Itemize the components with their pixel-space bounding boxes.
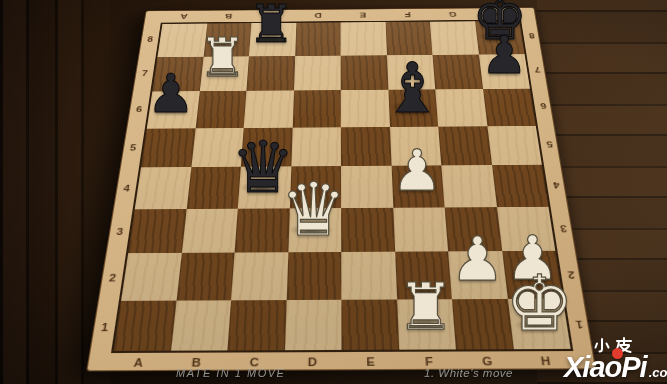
- square-a6[interactable]: [147, 91, 200, 128]
- file-label: H: [474, 8, 521, 20]
- square-d2[interactable]: [286, 252, 341, 300]
- file-label: B: [206, 10, 252, 22]
- square-g3[interactable]: [445, 207, 502, 252]
- square-g2[interactable]: [448, 251, 507, 299]
- file-label: C: [251, 10, 296, 22]
- square-e4[interactable]: [341, 166, 393, 208]
- square-a8[interactable]: [157, 24, 206, 57]
- square-a1[interactable]: [114, 300, 176, 351]
- square-c7[interactable]: [246, 56, 294, 91]
- square-h5[interactable]: [487, 126, 542, 166]
- square-h6[interactable]: [483, 89, 536, 126]
- square-a2[interactable]: [121, 253, 181, 301]
- watermark-logo-text: XiaoPi.com: [564, 352, 667, 382]
- puzzle-caption: MATE IN 1 MOVE: [176, 367, 285, 379]
- square-d8[interactable]: [295, 22, 341, 55]
- square-f7[interactable]: [387, 55, 436, 90]
- square-g1[interactable]: [452, 298, 513, 349]
- square-e6[interactable]: [341, 90, 390, 127]
- square-f4[interactable]: [391, 165, 445, 207]
- turn-indicator: 1. White's move: [424, 367, 513, 379]
- file-label: D: [296, 10, 341, 22]
- chess-board: [111, 20, 573, 353]
- square-a3[interactable]: [128, 209, 186, 254]
- square-d1[interactable]: [284, 299, 341, 350]
- file-label: A: [161, 11, 207, 23]
- square-f5[interactable]: [389, 126, 441, 165]
- file-label: E: [340, 9, 385, 21]
- square-f8[interactable]: [385, 22, 432, 55]
- file-label: E: [342, 352, 401, 372]
- file-label: D: [283, 352, 341, 372]
- watermark-xiaopi: XiaoPi.com: [564, 337, 667, 382]
- square-b5[interactable]: [191, 128, 244, 167]
- square-b6[interactable]: [195, 91, 246, 128]
- square-c6[interactable]: [244, 90, 294, 127]
- square-g6[interactable]: [435, 89, 487, 126]
- square-b4[interactable]: [186, 167, 241, 209]
- square-b8[interactable]: [203, 23, 251, 56]
- square-d4[interactable]: [289, 166, 341, 208]
- square-c8[interactable]: [249, 23, 296, 56]
- square-g7[interactable]: [432, 54, 482, 89]
- square-g5[interactable]: [438, 126, 491, 165]
- square-a7[interactable]: [152, 56, 203, 91]
- chess-app-screen: ABCDEFGH ABCDEFGH 87654321 87654321 ♜︎♚︎…: [0, 0, 667, 384]
- file-label: G: [430, 9, 476, 21]
- square-e1[interactable]: [341, 299, 398, 350]
- square-f6[interactable]: [388, 89, 438, 126]
- square-a5[interactable]: [141, 128, 195, 167]
- square-e2[interactable]: [341, 252, 396, 300]
- file-label: A: [108, 353, 168, 373]
- square-e3[interactable]: [341, 207, 395, 252]
- square-c3[interactable]: [235, 208, 290, 253]
- square-a4[interactable]: [135, 167, 191, 209]
- square-d5[interactable]: [291, 127, 341, 166]
- square-d6[interactable]: [292, 90, 341, 127]
- square-h8[interactable]: [475, 21, 525, 54]
- square-c2[interactable]: [231, 252, 288, 300]
- square-e7[interactable]: [341, 55, 388, 90]
- square-e8[interactable]: [341, 22, 387, 55]
- square-b3[interactable]: [181, 208, 237, 253]
- square-c4[interactable]: [238, 166, 291, 208]
- square-c5[interactable]: [241, 127, 292, 166]
- square-b1[interactable]: [170, 300, 231, 351]
- watermark-red-dot-icon: [612, 348, 623, 359]
- square-h4[interactable]: [492, 165, 549, 207]
- chess-board-frame: ABCDEFGH ABCDEFGH 87654321 87654321: [86, 7, 596, 371]
- square-c1[interactable]: [227, 300, 286, 351]
- square-f3[interactable]: [393, 207, 448, 252]
- square-g8[interactable]: [430, 21, 479, 54]
- square-h1[interactable]: [507, 298, 570, 349]
- square-b7[interactable]: [199, 56, 249, 91]
- watermark-cn-text: [564, 337, 633, 352]
- square-b2[interactable]: [176, 253, 234, 301]
- square-f2[interactable]: [395, 251, 452, 299]
- square-g4[interactable]: [441, 165, 496, 207]
- square-d3[interactable]: [288, 208, 341, 253]
- square-e5[interactable]: [341, 127, 391, 166]
- file-label: F: [385, 9, 431, 21]
- square-h3[interactable]: [496, 206, 555, 251]
- square-d7[interactable]: [294, 55, 341, 90]
- square-f1[interactable]: [397, 299, 456, 350]
- square-h7[interactable]: [478, 54, 529, 89]
- square-h2[interactable]: [502, 251, 563, 299]
